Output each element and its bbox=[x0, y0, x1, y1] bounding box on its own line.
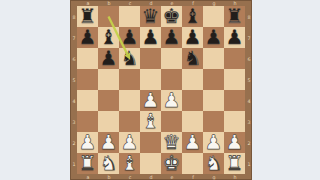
white-pawn-a2[interactable]: ♟ bbox=[79, 132, 97, 153]
square-g7[interactable]: ♟ bbox=[203, 27, 224, 48]
file-label-bottom-g: g bbox=[212, 175, 215, 180]
white-queen-e2[interactable]: ♛ bbox=[163, 132, 181, 153]
file-label-top-e: e bbox=[170, 1, 173, 6]
rank-label-left-6: 6 bbox=[72, 56, 75, 61]
black-knight-c6[interactable]: ♞ bbox=[121, 48, 139, 69]
square-e6[interactable] bbox=[161, 48, 182, 69]
file-label-bottom-a: a bbox=[86, 175, 89, 180]
square-h6[interactable] bbox=[224, 48, 245, 69]
square-e7[interactable]: ♟ bbox=[161, 27, 182, 48]
file-label-bottom-c: c bbox=[128, 175, 131, 180]
white-bishop-c1[interactable]: ♝ bbox=[121, 153, 139, 174]
black-pawn-a7[interactable]: ♟ bbox=[79, 27, 97, 48]
black-pawn-g7[interactable]: ♟ bbox=[205, 27, 223, 48]
square-h7[interactable]: ♟ bbox=[224, 27, 245, 48]
rank-label-left-8: 8 bbox=[72, 14, 75, 19]
black-pawn-h7[interactable]: ♟ bbox=[226, 27, 244, 48]
rank-label-left-1: 1 bbox=[72, 161, 75, 166]
black-queen-d8[interactable]: ♛ bbox=[142, 6, 160, 27]
rank-label-right-3: 3 bbox=[247, 119, 250, 124]
square-c1[interactable]: ♝ bbox=[119, 153, 140, 174]
rank-label-right-5: 5 bbox=[247, 77, 250, 82]
board-squares: ♜♛♚♝♜♟♝♟♟♟♟♟♟♟♞♞♟♟♝♟♟♟♛♟♟♟♜♞♝♚♞♜ bbox=[77, 6, 245, 174]
square-a1[interactable]: ♜ bbox=[77, 153, 98, 174]
file-label-top-b: b bbox=[107, 1, 110, 6]
file-label-top-a: a bbox=[86, 1, 89, 6]
square-c5[interactable] bbox=[119, 69, 140, 90]
square-g5[interactable] bbox=[203, 69, 224, 90]
square-d1[interactable] bbox=[140, 153, 161, 174]
square-g6[interactable] bbox=[203, 48, 224, 69]
rank-label-left-3: 3 bbox=[72, 119, 75, 124]
square-b6[interactable]: ♟ bbox=[98, 48, 119, 69]
file-label-bottom-e: e bbox=[170, 175, 173, 180]
square-h5[interactable] bbox=[224, 69, 245, 90]
rank-label-left-7: 7 bbox=[72, 35, 75, 40]
black-pawn-b6[interactable]: ♟ bbox=[100, 48, 118, 69]
white-knight-b1[interactable]: ♞ bbox=[100, 153, 118, 174]
rank-label-left-2: 2 bbox=[72, 140, 75, 145]
square-a7[interactable]: ♟ bbox=[77, 27, 98, 48]
rank-label-right-7: 7 bbox=[247, 35, 250, 40]
square-f6[interactable]: ♞ bbox=[182, 48, 203, 69]
white-rook-h1[interactable]: ♜ bbox=[226, 153, 244, 174]
black-pawn-d7[interactable]: ♟ bbox=[142, 27, 160, 48]
black-knight-f6[interactable]: ♞ bbox=[184, 48, 202, 69]
file-label-bottom-d: d bbox=[149, 175, 152, 180]
file-label-top-d: d bbox=[149, 1, 152, 6]
file-label-top-g: g bbox=[212, 1, 215, 6]
chess-board: ♜♛♚♝♜♟♝♟♟♟♟♟♟♟♞♞♟♟♝♟♟♟♛♟♟♟♜♞♝♚♞♜ 8877665… bbox=[70, 0, 252, 180]
square-f4[interactable] bbox=[182, 90, 203, 111]
page-background: ♜♛♚♝♜♟♝♟♟♟♟♟♟♟♞♞♟♟♝♟♟♟♛♟♟♟♜♞♝♚♞♜ 8877665… bbox=[0, 0, 320, 180]
white-knight-g1[interactable]: ♞ bbox=[205, 153, 223, 174]
square-d6[interactable] bbox=[140, 48, 161, 69]
file-label-top-h: h bbox=[233, 1, 236, 6]
black-king-e8[interactable]: ♚ bbox=[163, 6, 181, 27]
file-label-bottom-h: h bbox=[233, 175, 236, 180]
black-bishop-b7[interactable]: ♝ bbox=[100, 27, 118, 48]
square-b5[interactable] bbox=[98, 69, 119, 90]
square-c6[interactable]: ♞ bbox=[119, 48, 140, 69]
square-f2[interactable]: ♟ bbox=[182, 132, 203, 153]
rank-label-right-6: 6 bbox=[247, 56, 250, 61]
square-a4[interactable] bbox=[77, 90, 98, 111]
square-h1[interactable]: ♜ bbox=[224, 153, 245, 174]
file-label-bottom-b: b bbox=[107, 175, 110, 180]
rank-label-right-8: 8 bbox=[247, 14, 250, 19]
white-pawn-d4[interactable]: ♟ bbox=[142, 90, 160, 111]
file-label-top-c: c bbox=[128, 1, 131, 6]
rank-label-left-5: 5 bbox=[72, 77, 75, 82]
white-pawn-g2[interactable]: ♟ bbox=[205, 132, 223, 153]
white-pawn-e4[interactable]: ♟ bbox=[163, 90, 181, 111]
square-b1[interactable]: ♞ bbox=[98, 153, 119, 174]
square-d3[interactable]: ♝ bbox=[140, 111, 161, 132]
rank-label-right-1: 1 bbox=[247, 161, 250, 166]
white-pawn-c2[interactable]: ♟ bbox=[121, 132, 139, 153]
file-label-top-f: f bbox=[192, 1, 194, 6]
white-pawn-h2[interactable]: ♟ bbox=[226, 132, 244, 153]
square-d7[interactable]: ♟ bbox=[140, 27, 161, 48]
square-a6[interactable] bbox=[77, 48, 98, 69]
black-pawn-c7[interactable]: ♟ bbox=[121, 27, 139, 48]
square-h4[interactable] bbox=[224, 90, 245, 111]
file-label-bottom-f: f bbox=[192, 175, 194, 180]
white-king-e1[interactable]: ♚ bbox=[163, 153, 181, 174]
square-c4[interactable] bbox=[119, 90, 140, 111]
square-e4[interactable]: ♟ bbox=[161, 90, 182, 111]
square-a5[interactable] bbox=[77, 69, 98, 90]
square-g1[interactable]: ♞ bbox=[203, 153, 224, 174]
square-f5[interactable] bbox=[182, 69, 203, 90]
square-b4[interactable] bbox=[98, 90, 119, 111]
square-e1[interactable]: ♚ bbox=[161, 153, 182, 174]
rank-label-left-4: 4 bbox=[72, 98, 75, 103]
square-d2[interactable] bbox=[140, 132, 161, 153]
black-pawn-e7[interactable]: ♟ bbox=[163, 27, 181, 48]
rank-label-right-2: 2 bbox=[247, 140, 250, 145]
black-rook-h8[interactable]: ♜ bbox=[226, 6, 244, 27]
white-bishop-d3[interactable]: ♝ bbox=[142, 111, 160, 132]
square-f1[interactable] bbox=[182, 153, 203, 174]
square-g4[interactable] bbox=[203, 90, 224, 111]
white-pawn-b2[interactable]: ♟ bbox=[100, 132, 118, 153]
rank-label-right-4: 4 bbox=[247, 98, 250, 103]
black-pawn-f7[interactable]: ♟ bbox=[184, 27, 202, 48]
black-bishop-f8[interactable]: ♝ bbox=[184, 6, 202, 27]
white-rook-a1[interactable]: ♜ bbox=[79, 153, 97, 174]
white-pawn-f2[interactable]: ♟ bbox=[184, 132, 202, 153]
black-rook-a8[interactable]: ♜ bbox=[79, 6, 97, 27]
